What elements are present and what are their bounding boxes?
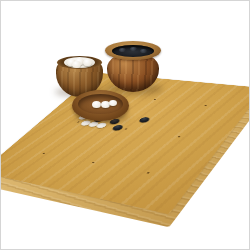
star-point xyxy=(42,152,46,154)
star-point xyxy=(146,172,150,174)
black-stone xyxy=(119,48,126,52)
black-stone xyxy=(138,117,151,123)
black-stone-opening xyxy=(112,45,154,57)
star-point xyxy=(91,161,95,163)
black-stones-bowl xyxy=(105,41,161,93)
white-stone xyxy=(83,59,92,66)
star-point xyxy=(76,121,80,123)
black-stone xyxy=(130,47,137,51)
star-point xyxy=(124,128,128,130)
white-stone xyxy=(72,61,81,68)
star-point xyxy=(153,99,157,101)
product-photo xyxy=(0,0,250,250)
stone-dish xyxy=(72,90,129,121)
white-stone xyxy=(92,101,101,108)
star-point xyxy=(204,105,208,107)
white-stone xyxy=(109,100,117,106)
black-stone xyxy=(111,125,124,131)
white-stone-pile xyxy=(64,57,95,68)
black-stone xyxy=(140,49,147,53)
star-point xyxy=(177,136,181,138)
dish-inner xyxy=(78,94,123,114)
